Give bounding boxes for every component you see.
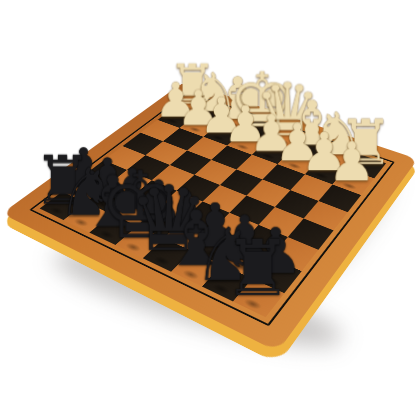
piece-ground-shadow xyxy=(69,215,93,229)
piece-ground-shadow xyxy=(178,266,204,283)
chessboard: ♜♞♝♚♛♝♞♜♟♟♟♟♟♟♟♟♟♟♟♟♟♟♟♟♜♞♝♚♛♝♞♜ xyxy=(2,81,416,351)
white-queen: ♛ xyxy=(223,73,351,146)
piece-ground-shadow xyxy=(67,187,90,200)
square: ♟ xyxy=(305,159,346,184)
piece-ground-shadow xyxy=(310,170,332,182)
piece-ground-shadow xyxy=(95,227,119,242)
piece-ground-shadow xyxy=(247,128,268,138)
board-face: ♜♞♝♚♛♝♞♜♟♟♟♟♟♟♟♟♟♟♟♟♟♟♟♟♜♞♝♚♛♝♞♜ xyxy=(2,81,416,351)
piece-ground-shadow xyxy=(149,253,175,269)
board-scene: ♜♞♝♚♛♝♞♜♟♟♟♟♟♟♟♟♟♟♟♟♟♟♟♟♜♞♝♚♛♝♞♜ xyxy=(70,35,370,335)
white-rook: ♜ xyxy=(132,58,252,113)
piece-ground-shadow xyxy=(121,240,146,255)
piece-ground-shadow xyxy=(239,295,267,313)
piece-ground-shadow xyxy=(208,280,235,297)
photo-stage: ♜♞♝♚♛♝♞♜♟♟♟♟♟♟♟♟♟♟♟♟♟♟♟♟♜♞♝♚♛♝♞♜ xyxy=(0,0,416,416)
square xyxy=(270,237,318,271)
piece-ground-shadow xyxy=(45,204,68,217)
white-rook: ♜ xyxy=(298,112,416,174)
